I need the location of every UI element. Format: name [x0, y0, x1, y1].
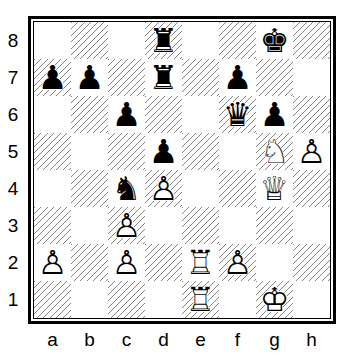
piece-white-pawn: ♟♙: [293, 133, 330, 170]
piece-black-knight: ♞: [108, 170, 145, 207]
square-h3[interactable]: [293, 207, 330, 244]
square-f1[interactable]: [219, 281, 256, 318]
file-label-b: b: [71, 327, 108, 353]
file-label-c: c: [108, 327, 145, 353]
square-d2[interactable]: [145, 244, 182, 281]
square-a1[interactable]: [34, 281, 71, 318]
square-d7[interactable]: ♜: [145, 59, 182, 96]
square-d4[interactable]: ♟♙: [145, 170, 182, 207]
piece-white-pawn: ♟♙: [145, 170, 182, 207]
square-e3[interactable]: [182, 207, 219, 244]
square-h8[interactable]: [293, 22, 330, 59]
piece-black-pawn: ♟: [145, 133, 182, 170]
square-g6[interactable]: ♟: [256, 96, 293, 133]
square-f3[interactable]: [219, 207, 256, 244]
square-h2[interactable]: [293, 244, 330, 281]
piece-black-pawn: ♟: [34, 59, 71, 96]
board-frame: ♜♚♟♟♜♟♟♛♟♟♞♘♟♙♞♟♙♛♕♟♙♟♙♟♙♜♖♟♙♜♖♚♔: [28, 16, 336, 324]
rank-label-6: 6: [0, 96, 26, 133]
piece-black-rook: ♜: [145, 22, 182, 59]
piece-white-pawn: ♟♙: [108, 207, 145, 244]
piece-white-pawn: ♟♙: [219, 244, 256, 281]
piece-white-pawn: ♟♙: [108, 244, 145, 281]
chess-board: ♜♚♟♟♜♟♟♛♟♟♞♘♟♙♞♟♙♛♕♟♙♟♙♟♙♜♖♟♙♜♖♚♔: [33, 21, 331, 319]
square-c8[interactable]: [108, 22, 145, 59]
file-label-f: f: [219, 327, 256, 353]
square-e5[interactable]: [182, 133, 219, 170]
square-e2[interactable]: ♜♖: [182, 244, 219, 281]
square-g2[interactable]: [256, 244, 293, 281]
file-labels: abcdefgh: [34, 327, 330, 353]
square-b5[interactable]: [71, 133, 108, 170]
square-f8[interactable]: [219, 22, 256, 59]
piece-white-king: ♚♔: [256, 281, 293, 318]
square-h7[interactable]: [293, 59, 330, 96]
square-b4[interactable]: [71, 170, 108, 207]
file-label-e: e: [182, 327, 219, 353]
square-f2[interactable]: ♟♙: [219, 244, 256, 281]
piece-black-pawn: ♟: [71, 59, 108, 96]
piece-white-queen: ♛♕: [256, 170, 293, 207]
square-b3[interactable]: [71, 207, 108, 244]
square-b2[interactable]: [71, 244, 108, 281]
square-a8[interactable]: [34, 22, 71, 59]
square-e4[interactable]: [182, 170, 219, 207]
square-c5[interactable]: [108, 133, 145, 170]
rank-label-1: 1: [0, 281, 26, 318]
square-e1[interactable]: ♜♖: [182, 281, 219, 318]
square-g5[interactable]: ♞♘: [256, 133, 293, 170]
piece-white-pawn: ♟♙: [34, 244, 71, 281]
square-h1[interactable]: [293, 281, 330, 318]
square-h5[interactable]: ♟♙: [293, 133, 330, 170]
rank-labels: 87654321: [0, 22, 26, 318]
square-c2[interactable]: ♟♙: [108, 244, 145, 281]
square-a4[interactable]: [34, 170, 71, 207]
square-e8[interactable]: [182, 22, 219, 59]
rank-label-7: 7: [0, 59, 26, 96]
square-e7[interactable]: [182, 59, 219, 96]
square-a7[interactable]: ♟: [34, 59, 71, 96]
piece-white-rook: ♜♖: [182, 281, 219, 318]
square-d6[interactable]: [145, 96, 182, 133]
square-b8[interactable]: [71, 22, 108, 59]
rank-label-5: 5: [0, 133, 26, 170]
square-a2[interactable]: ♟♙: [34, 244, 71, 281]
square-c7[interactable]: [108, 59, 145, 96]
file-label-a: a: [34, 327, 71, 353]
square-e6[interactable]: [182, 96, 219, 133]
square-a3[interactable]: [34, 207, 71, 244]
square-f6[interactable]: ♛: [219, 96, 256, 133]
square-c6[interactable]: ♟: [108, 96, 145, 133]
file-label-d: d: [145, 327, 182, 353]
square-a5[interactable]: [34, 133, 71, 170]
square-d5[interactable]: ♟: [145, 133, 182, 170]
square-h6[interactable]: [293, 96, 330, 133]
piece-black-queen: ♛: [219, 96, 256, 133]
square-h4[interactable]: [293, 170, 330, 207]
piece-white-knight: ♞♘: [256, 133, 293, 170]
square-b1[interactable]: [71, 281, 108, 318]
piece-black-rook: ♜: [145, 59, 182, 96]
square-g7[interactable]: [256, 59, 293, 96]
square-c3[interactable]: ♟♙: [108, 207, 145, 244]
square-f7[interactable]: ♟: [219, 59, 256, 96]
square-c1[interactable]: [108, 281, 145, 318]
rank-label-3: 3: [0, 207, 26, 244]
square-d8[interactable]: ♜: [145, 22, 182, 59]
square-d3[interactable]: [145, 207, 182, 244]
rank-label-4: 4: [0, 170, 26, 207]
piece-black-pawn: ♟: [108, 96, 145, 133]
square-f5[interactable]: [219, 133, 256, 170]
piece-black-pawn: ♟: [256, 96, 293, 133]
piece-white-rook: ♜♖: [182, 244, 219, 281]
square-f4[interactable]: [219, 170, 256, 207]
square-b6[interactable]: [71, 96, 108, 133]
square-b7[interactable]: ♟: [71, 59, 108, 96]
rank-label-8: 8: [0, 22, 26, 59]
square-a6[interactable]: [34, 96, 71, 133]
file-label-g: g: [256, 327, 293, 353]
square-g8[interactable]: ♚: [256, 22, 293, 59]
square-c4[interactable]: ♞: [108, 170, 145, 207]
piece-black-pawn: ♟: [219, 59, 256, 96]
file-label-h: h: [293, 327, 330, 353]
square-g3[interactable]: [256, 207, 293, 244]
square-d1[interactable]: [145, 281, 182, 318]
piece-black-king: ♚: [256, 22, 293, 59]
rank-label-2: 2: [0, 244, 26, 281]
square-g1[interactable]: ♚♔: [256, 281, 293, 318]
square-g4[interactable]: ♛♕: [256, 170, 293, 207]
